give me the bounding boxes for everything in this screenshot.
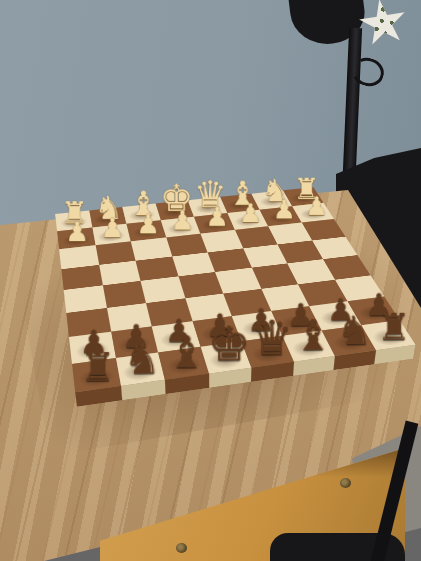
square-g2: ♟ <box>92 224 131 246</box>
white-pawn: ♟ <box>136 212 160 238</box>
white-pawn: ♟ <box>101 215 125 242</box>
white-pawn: ♟ <box>273 197 296 223</box>
square-h4 <box>61 265 102 290</box>
square-f4 <box>135 256 178 281</box>
white-pawn: ♟ <box>305 194 328 219</box>
screw-icon <box>340 478 351 488</box>
white-pawn: ♟ <box>65 219 89 246</box>
black-queen: ♛ <box>250 315 293 362</box>
square-h2: ♟ <box>57 227 95 249</box>
black-knight: ♞ <box>336 311 372 351</box>
black-bishop: ♝ <box>167 331 206 375</box>
black-knight: ♞ <box>124 339 161 381</box>
black-bishop: ♝ <box>294 314 332 356</box>
square-f5 <box>141 276 185 302</box>
white-pawn: ♟ <box>171 208 194 234</box>
white-pawn: ♟ <box>205 204 228 230</box>
black-king: ♚ <box>208 321 251 369</box>
white-pawn: ♟ <box>239 201 262 227</box>
black-rook: ♜ <box>378 308 411 345</box>
screw-icon <box>176 543 187 553</box>
photo-scene: ♜♞♝♚♛♝♞♜♟♟♟♟♟♟♟♟♟♟♟♟♟♟♟♟♜♞♝♚♛♝♞♜ <box>0 0 421 561</box>
black-rook: ♜ <box>80 347 116 387</box>
